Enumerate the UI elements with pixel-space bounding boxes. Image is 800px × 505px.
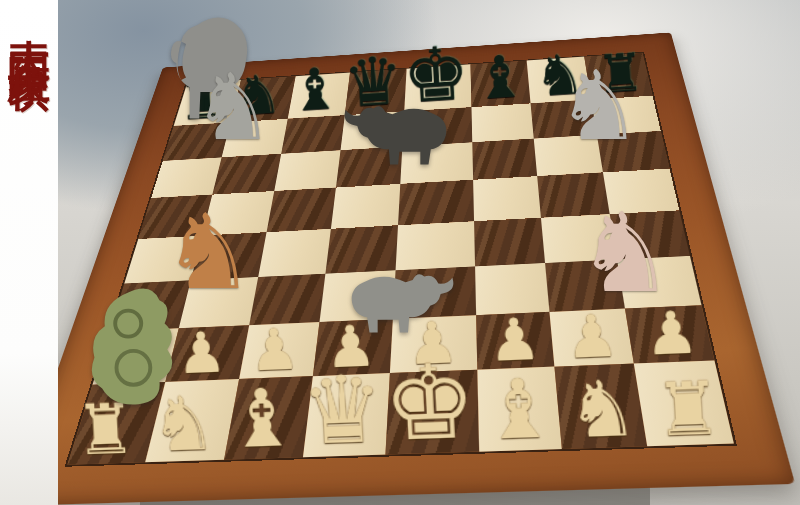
square-b6: [212, 154, 281, 195]
square-h3: [617, 256, 701, 309]
square-b8: ♞: [230, 76, 295, 122]
square-f6: [472, 138, 538, 180]
black-bishop: ♝: [288, 60, 342, 121]
square-c2: ♟: [239, 322, 320, 379]
square-b5: [202, 191, 274, 235]
square-d7: [341, 111, 405, 150]
white-pawn: ♟: [324, 317, 377, 376]
square-e6: [401, 142, 473, 184]
square-b4: [191, 232, 266, 280]
square-h6: [597, 131, 670, 173]
title-background-strip: [0, 0, 58, 505]
square-g2: ♟: [550, 309, 634, 367]
square-c3: [249, 273, 326, 325]
chess-board: ♜♞♝♛♚♝♞♜♟♟♟♟♟♟♟♟♜♞♝♛♚♝♞♜: [65, 52, 737, 467]
square-d1: ♛: [303, 373, 390, 457]
white-pawn: ♟: [644, 303, 701, 364]
chinese-title: 大王国际象棋: [8, 6, 50, 42]
square-b7: [221, 119, 287, 157]
white-pawn: ♟: [565, 307, 621, 368]
square-g7: [531, 100, 597, 139]
white-knight: ♞: [565, 370, 640, 450]
white-pawn: ♟: [175, 324, 227, 382]
black-rook: ♜: [178, 74, 224, 127]
white-bishop: ♝: [225, 378, 299, 461]
white-pawn: ♟: [249, 321, 302, 380]
square-f8: ♝: [470, 61, 531, 108]
square-f7: [471, 103, 534, 142]
square-h1: ♜: [634, 360, 734, 446]
square-h5: [603, 169, 679, 214]
square-d5: [331, 184, 400, 229]
square-f2: ♟: [476, 312, 555, 370]
photo-background: ♜♞♝♛♚♝♞♜♟♟♟♟♟♟♟♟♜♞♝♛♚♝♞♜ ♞ ♞♞♞ 大王国际象棋: [0, 0, 800, 505]
square-d4: [326, 225, 399, 273]
square-h4: [610, 210, 690, 259]
square-f1: ♝: [477, 367, 563, 452]
square-h8: ♜: [584, 53, 652, 100]
white-pawn: ♟: [405, 314, 459, 374]
chess-board-frame: ♜♞♝♛♚♝♞♜♟♟♟♟♟♟♟♟♜♞♝♛♚♝♞♜: [10, 32, 795, 505]
black-rook: ♜: [595, 46, 645, 101]
black-king: ♚: [401, 35, 471, 113]
white-queen: ♛: [300, 362, 387, 458]
square-d8: ♛: [345, 69, 407, 116]
square-a7: [163, 122, 230, 160]
square-c7: [281, 115, 345, 153]
square-e3: [393, 266, 476, 319]
square-b3: [178, 277, 257, 329]
square-d2: ♟: [313, 319, 393, 376]
black-knight: ♞: [233, 67, 283, 124]
square-g8: ♞: [527, 57, 591, 104]
square-c5: [266, 188, 336, 232]
square-f4: [474, 218, 546, 267]
white-bishop: ♝: [479, 368, 557, 453]
square-e1: ♚: [386, 370, 479, 455]
square-e5: [398, 180, 473, 225]
square-e8: ♚: [405, 64, 472, 111]
square-g6: [534, 135, 603, 177]
square-e2: ♟: [390, 315, 477, 373]
square-f5: [473, 176, 542, 221]
square-g3: [546, 259, 626, 312]
black-queen: ♛: [342, 47, 405, 117]
square-c1: ♝: [224, 376, 314, 460]
square-d3: [320, 270, 396, 322]
square-e4: [396, 221, 475, 270]
white-pawn: ♟: [487, 310, 542, 370]
square-g5: [538, 173, 610, 218]
white-rook: ♜: [652, 371, 723, 447]
square-a5: [138, 195, 212, 239]
square-g1: ♞: [555, 364, 647, 449]
square-a4: [124, 236, 201, 284]
black-knight: ♞: [533, 46, 586, 105]
white-rook: ♜: [75, 394, 138, 466]
black-bishop: ♝: [472, 47, 528, 109]
square-e7: [403, 107, 472, 146]
square-h7: [591, 96, 660, 135]
square-h2: ♟: [625, 305, 714, 363]
square-c8: ♝: [287, 72, 350, 118]
square-c4: [258, 229, 331, 277]
square-g4: [541, 214, 617, 263]
square-a3: [109, 280, 190, 332]
white-pawn: ♟: [103, 327, 154, 385]
square-f3: [475, 263, 550, 316]
square-b2: ♟: [165, 325, 249, 381]
square-a6: [151, 157, 221, 198]
square-d6: [336, 146, 403, 187]
square-c6: [274, 150, 341, 191]
